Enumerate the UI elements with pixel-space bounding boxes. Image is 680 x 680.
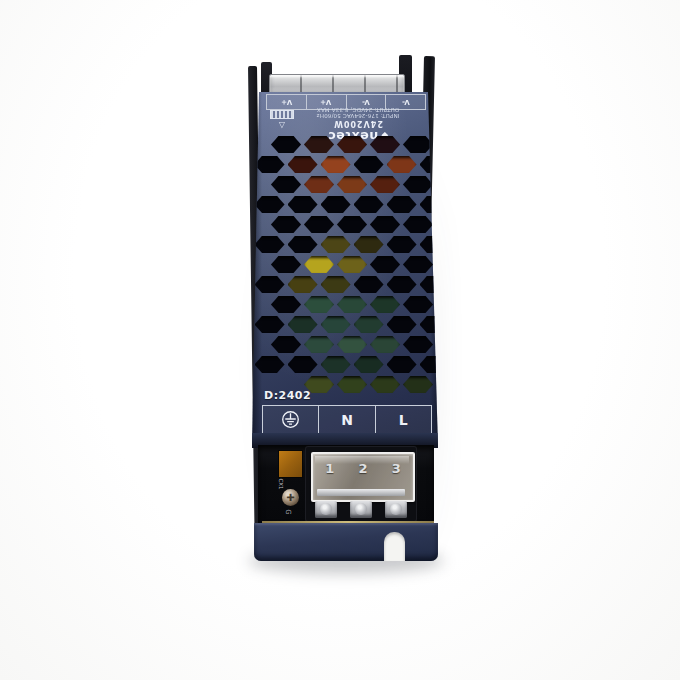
neutral-terminal-cell: N [318,406,374,433]
terminal-screw-3 [385,501,407,518]
dc-terminal-cell: V+ [267,95,306,109]
warning-triangle-icon: △ [279,121,285,129]
psu-case-body: V+ V+ V- V- ◆ nextec 24V200W INPUT: 176-… [252,92,438,448]
neutral-label: N [341,412,353,428]
output-spec: OUTPUT: 24VDC, 8.33A MAX [317,106,400,113]
bottom-mounting-flange [254,523,438,561]
terminal-number-1: 1 [325,461,334,476]
terminal-clamp-bar [317,489,405,496]
terminal-block-clear-cover: 1 2 3 [311,452,415,502]
date-code: D:2402 [264,389,311,402]
voltage-adjust-screw: ✚ [282,489,299,506]
dc-terminal-label: V- [362,98,370,106]
terminal-number-2: 2 [358,461,367,476]
terminal-number-row: 1 2 3 [313,461,413,476]
terminal-number-3: 3 [392,461,401,476]
terminal-block: 1 2 3 [306,447,416,521]
dc-terminal-label: V+ [320,98,331,106]
line-label: L [399,412,408,428]
certification-box-icon [270,110,294,119]
product-photo-stage: V+ V+ V- V- ◆ nextec 24V200W INPUT: 176-… [0,0,680,680]
earth-terminal-cell [263,406,318,433]
amber-component-window [278,450,303,478]
ac-terminal-label-strip: N L [262,405,432,434]
wiring-panel: CX1 ✚ G 1 2 3 [258,445,434,523]
line-terminal-cell: L [375,406,431,433]
model-number: 24V200W [333,120,383,129]
panel-marking-cx: CX1 [278,478,284,489]
screw-cross-icon: ✚ [286,492,294,503]
dc-terminal-label: V- [402,98,410,106]
keyhole-mounting-slot [384,532,405,561]
earth-icon [281,410,300,429]
input-spec: INPUT: 176-264VAC 50/60Hz [317,113,400,120]
terminal-screw-1 [315,501,337,518]
terminal-screw-2 [350,501,372,518]
panel-marking-g: G [284,509,292,514]
dc-terminal-label: V+ [281,98,292,106]
